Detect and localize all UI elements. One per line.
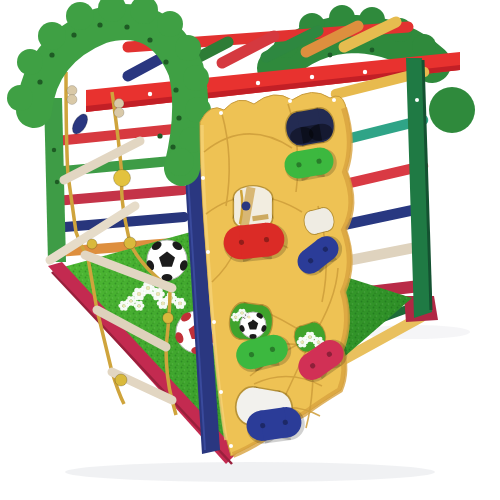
rung bbox=[52, 160, 182, 172]
daisy-center bbox=[317, 340, 320, 343]
dot bbox=[219, 390, 223, 394]
dot bbox=[201, 176, 205, 180]
rope-bead bbox=[114, 170, 131, 187]
daisy-center bbox=[122, 304, 125, 307]
daisy-center bbox=[248, 316, 251, 319]
dot bbox=[175, 35, 201, 61]
climbing-cube-illustration bbox=[0, 0, 500, 500]
dot bbox=[170, 144, 175, 149]
rung bbox=[346, 246, 423, 261]
circle bbox=[67, 95, 77, 105]
circle bbox=[114, 108, 124, 118]
dot bbox=[52, 148, 56, 152]
ball-patch bbox=[249, 334, 256, 339]
dot bbox=[310, 75, 314, 79]
rope-bead bbox=[163, 313, 174, 324]
daisy-center bbox=[234, 316, 237, 319]
daisy-center bbox=[137, 292, 141, 296]
rope-bead bbox=[69, 111, 90, 136]
dot bbox=[163, 59, 168, 64]
dot bbox=[66, 2, 94, 30]
dot bbox=[328, 53, 333, 58]
right-post-screw-dots bbox=[415, 98, 419, 102]
dot bbox=[256, 81, 260, 85]
dot bbox=[49, 52, 54, 57]
daisy-center bbox=[241, 312, 244, 315]
dot bbox=[332, 98, 336, 102]
dot bbox=[363, 70, 367, 74]
dot bbox=[288, 99, 292, 103]
daisy-center bbox=[308, 335, 311, 338]
dot bbox=[124, 24, 129, 29]
dot bbox=[157, 11, 183, 37]
rung bbox=[55, 190, 183, 201]
rope-bead bbox=[115, 374, 127, 386]
daisy-center bbox=[146, 286, 150, 290]
dot bbox=[148, 92, 152, 96]
daisy-center bbox=[178, 302, 182, 306]
dot bbox=[71, 32, 76, 37]
dot bbox=[38, 22, 66, 50]
daisy-center bbox=[129, 299, 132, 302]
climbing-wall bbox=[200, 92, 353, 456]
daisy-center bbox=[156, 292, 160, 296]
inner-navy-bead bbox=[242, 202, 251, 211]
dot bbox=[183, 65, 209, 91]
dot bbox=[17, 49, 43, 75]
dot bbox=[173, 87, 178, 92]
daisy-center bbox=[137, 304, 140, 307]
dot bbox=[147, 37, 152, 42]
daisy-center bbox=[301, 340, 304, 343]
product-photo bbox=[0, 0, 500, 500]
dot bbox=[219, 111, 223, 115]
wooden-cleat bbox=[67, 86, 77, 105]
dot bbox=[166, 148, 194, 176]
rope-bead bbox=[124, 237, 136, 249]
dot bbox=[415, 98, 419, 102]
dot bbox=[7, 85, 33, 111]
dot bbox=[157, 133, 162, 138]
dot bbox=[55, 180, 59, 184]
dot bbox=[370, 48, 375, 53]
dot bbox=[176, 115, 181, 120]
daisy-center bbox=[161, 302, 165, 306]
dot bbox=[212, 320, 216, 324]
rect bbox=[300, 124, 322, 144]
right-cloud-lobe bbox=[429, 87, 475, 133]
dot bbox=[206, 250, 210, 254]
dot bbox=[412, 34, 436, 58]
rope-bead bbox=[87, 239, 97, 249]
dot bbox=[229, 444, 233, 448]
dot bbox=[97, 22, 102, 27]
dot bbox=[37, 79, 42, 84]
